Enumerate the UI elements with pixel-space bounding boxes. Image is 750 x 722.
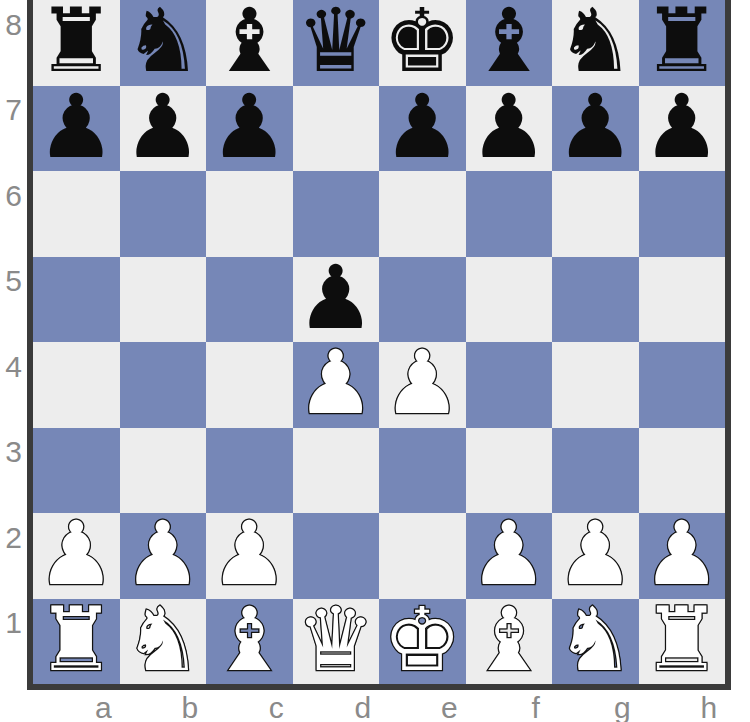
square-g2[interactable]: ♟ — [552, 513, 639, 599]
black-bishop[interactable]: ♝ — [469, 0, 548, 84]
square-c1[interactable]: ♝ — [206, 599, 293, 685]
square-c6[interactable] — [206, 171, 293, 257]
square-f2[interactable]: ♟ — [466, 513, 553, 599]
black-pawn[interactable]: ♟ — [123, 84, 202, 170]
square-d1[interactable]: ♛ — [293, 599, 380, 685]
square-g8[interactable]: ♞ — [552, 0, 639, 86]
rank-label-2: 2 — [0, 513, 27, 599]
white-rook[interactable]: ♜ — [37, 597, 116, 683]
rank-label-5: 5 — [0, 257, 27, 343]
rank-label-7: 7 — [0, 86, 27, 172]
white-pawn[interactable]: ♟ — [642, 511, 721, 597]
white-pawn[interactable]: ♟ — [556, 511, 635, 597]
rank-label-6: 6 — [0, 171, 27, 257]
square-h7[interactable]: ♟ — [639, 86, 726, 172]
black-pawn[interactable]: ♟ — [210, 84, 289, 170]
file-label-a: a — [33, 690, 120, 722]
black-knight[interactable]: ♞ — [556, 0, 635, 84]
black-pawn[interactable]: ♟ — [469, 84, 548, 170]
file-label-f: f — [466, 690, 553, 722]
square-h8[interactable]: ♜ — [639, 0, 726, 86]
square-d8[interactable]: ♛ — [293, 0, 380, 86]
white-pawn[interactable]: ♟ — [123, 511, 202, 597]
square-d7[interactable] — [293, 86, 380, 172]
file-label-b: b — [120, 690, 207, 722]
square-b7[interactable]: ♟ — [120, 86, 207, 172]
white-bishop[interactable]: ♝ — [469, 597, 548, 683]
square-e1[interactable]: ♚ — [379, 599, 466, 685]
black-pawn[interactable]: ♟ — [296, 255, 375, 341]
square-c4[interactable] — [206, 342, 293, 428]
square-h2[interactable]: ♟ — [639, 513, 726, 599]
square-d2[interactable] — [293, 513, 380, 599]
white-pawn[interactable]: ♟ — [383, 340, 462, 426]
file-labels: abcdefgh — [33, 690, 725, 722]
square-e4[interactable]: ♟ — [379, 342, 466, 428]
square-c7[interactable]: ♟ — [206, 86, 293, 172]
square-b5[interactable] — [120, 257, 207, 343]
square-f1[interactable]: ♝ — [466, 599, 553, 685]
square-f3[interactable] — [466, 428, 553, 514]
square-f5[interactable] — [466, 257, 553, 343]
black-rook[interactable]: ♜ — [642, 0, 721, 84]
square-h4[interactable] — [639, 342, 726, 428]
square-h3[interactable] — [639, 428, 726, 514]
white-bishop[interactable]: ♝ — [210, 597, 289, 683]
rank-label-4: 4 — [0, 342, 27, 428]
file-label-d: d — [293, 690, 380, 722]
square-e5[interactable] — [379, 257, 466, 343]
black-pawn[interactable]: ♟ — [37, 84, 116, 170]
square-d6[interactable] — [293, 171, 380, 257]
rank-labels: 87654321 — [0, 0, 27, 684]
square-b1[interactable]: ♞ — [120, 599, 207, 685]
black-pawn[interactable]: ♟ — [642, 84, 721, 170]
square-h5[interactable] — [639, 257, 726, 343]
square-a7[interactable]: ♟ — [33, 86, 120, 172]
white-queen[interactable]: ♛ — [296, 597, 375, 683]
square-a3[interactable] — [33, 428, 120, 514]
square-b3[interactable] — [120, 428, 207, 514]
square-a6[interactable] — [33, 171, 120, 257]
file-label-e: e — [379, 690, 466, 722]
rank-label-8: 8 — [0, 0, 27, 86]
square-d3[interactable] — [293, 428, 380, 514]
rank-label-3: 3 — [0, 428, 27, 514]
square-b4[interactable] — [120, 342, 207, 428]
square-d4[interactable]: ♟ — [293, 342, 380, 428]
black-rook[interactable]: ♜ — [37, 0, 116, 84]
square-f4[interactable] — [466, 342, 553, 428]
black-pawn[interactable]: ♟ — [383, 84, 462, 170]
square-c3[interactable] — [206, 428, 293, 514]
black-queen[interactable]: ♛ — [296, 0, 375, 84]
square-f7[interactable]: ♟ — [466, 86, 553, 172]
white-knight[interactable]: ♞ — [123, 597, 202, 683]
square-c2[interactable]: ♟ — [206, 513, 293, 599]
square-e6[interactable] — [379, 171, 466, 257]
file-label-g: g — [552, 690, 639, 722]
square-a5[interactable] — [33, 257, 120, 343]
square-b8[interactable]: ♞ — [120, 0, 207, 86]
square-f8[interactable]: ♝ — [466, 0, 553, 86]
square-b6[interactable] — [120, 171, 207, 257]
square-h6[interactable] — [639, 171, 726, 257]
square-g3[interactable] — [552, 428, 639, 514]
square-g4[interactable] — [552, 342, 639, 428]
chess-board-screen: 87654321 ♜♞♝♛♚♝♞♜♟♟♟♟♟♟♟♟♟♟♟♟♟♟♟♟♜♞♝♛♚♝♞… — [0, 0, 750, 722]
square-g5[interactable] — [552, 257, 639, 343]
white-knight[interactable]: ♞ — [556, 597, 635, 683]
square-d5[interactable]: ♟ — [293, 257, 380, 343]
square-f6[interactable] — [466, 171, 553, 257]
square-e7[interactable]: ♟ — [379, 86, 466, 172]
white-pawn[interactable]: ♟ — [210, 511, 289, 597]
square-a2[interactable]: ♟ — [33, 513, 120, 599]
black-pawn[interactable]: ♟ — [556, 84, 635, 170]
square-a4[interactable] — [33, 342, 120, 428]
white-king[interactable]: ♚ — [383, 597, 462, 683]
black-king[interactable]: ♚ — [383, 0, 462, 84]
white-pawn[interactable]: ♟ — [37, 511, 116, 597]
file-label-h: h — [639, 690, 726, 722]
square-e3[interactable] — [379, 428, 466, 514]
square-b2[interactable]: ♟ — [120, 513, 207, 599]
square-e8[interactable]: ♚ — [379, 0, 466, 86]
square-h1[interactable]: ♜ — [639, 599, 726, 685]
square-a1[interactable]: ♜ — [33, 599, 120, 685]
square-a8[interactable]: ♜ — [33, 0, 120, 86]
white-rook[interactable]: ♜ — [642, 597, 721, 683]
square-g7[interactable]: ♟ — [552, 86, 639, 172]
white-pawn[interactable]: ♟ — [469, 511, 548, 597]
white-pawn[interactable]: ♟ — [296, 340, 375, 426]
square-e2[interactable] — [379, 513, 466, 599]
board-grid: ♜♞♝♛♚♝♞♜♟♟♟♟♟♟♟♟♟♟♟♟♟♟♟♟♜♞♝♛♚♝♞♜ — [33, 0, 725, 684]
black-knight[interactable]: ♞ — [123, 0, 202, 84]
chess-board: ♜♞♝♛♚♝♞♜♟♟♟♟♟♟♟♟♟♟♟♟♟♟♟♟♜♞♝♛♚♝♞♜ — [27, 0, 731, 690]
rank-label-1: 1 — [0, 599, 27, 685]
file-label-c: c — [206, 690, 293, 722]
square-g6[interactable] — [552, 171, 639, 257]
square-c5[interactable] — [206, 257, 293, 343]
square-c8[interactable]: ♝ — [206, 0, 293, 86]
black-bishop[interactable]: ♝ — [210, 0, 289, 84]
square-g1[interactable]: ♞ — [552, 599, 639, 685]
